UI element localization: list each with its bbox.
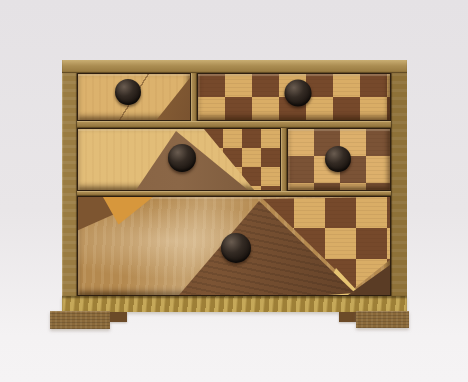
drawer-middle-right <box>288 129 390 190</box>
chest-frame-right <box>391 73 407 296</box>
drawer-knob <box>168 144 196 172</box>
drawer-knob <box>115 79 141 105</box>
drawer-bay <box>77 73 391 296</box>
frame-divider-horizontal-1 <box>77 121 391 128</box>
drawer-top-right <box>198 74 390 120</box>
frame-divider-vertical-top <box>191 73 197 121</box>
right-foot <box>356 311 409 328</box>
drawer-knob <box>325 146 351 172</box>
drawer-knob <box>221 233 251 263</box>
right-foot-step <box>339 312 356 322</box>
wooden-chest <box>62 60 407 330</box>
frame-divider-horizontal-2 <box>77 191 391 196</box>
photo-background: Overhead photograph of a small handmade … <box>0 0 468 382</box>
chest-frame-left <box>62 73 77 296</box>
drawer-knob <box>284 80 311 107</box>
drawer-middle-left <box>78 129 280 190</box>
drawer-top-left <box>78 74 190 120</box>
base-rail <box>62 296 407 312</box>
left-foot <box>50 311 110 329</box>
chest-frame-top <box>62 60 407 73</box>
drawer-bottom <box>78 197 390 295</box>
frame-divider-vertical-middle <box>281 128 287 191</box>
left-foot-step <box>110 312 127 322</box>
